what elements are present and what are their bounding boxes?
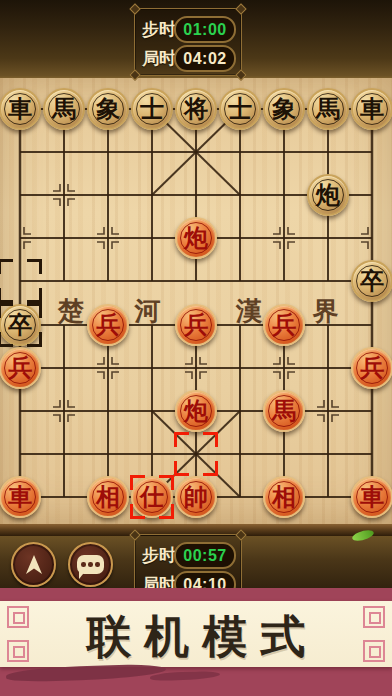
piece-black-elephant[interactable]: 象 — [87, 88, 129, 130]
piece-black-advisor[interactable]: 士 — [131, 88, 173, 130]
move-time-value: 00:57 — [174, 542, 236, 569]
piece-red-horse[interactable]: 馬 — [263, 390, 305, 432]
mode-banner: 联机模式 — [0, 588, 392, 696]
piece-black-elephant[interactable]: 象 — [263, 88, 305, 130]
navigation-arrow-icon — [21, 553, 47, 577]
piece-black-horse[interactable]: 馬 — [43, 88, 85, 130]
piece-black-soldier[interactable]: 卒 — [351, 260, 392, 302]
piece-red-chariot[interactable]: 車 — [351, 476, 392, 518]
move-time-label: 步时 — [142, 544, 176, 567]
piece-red-elephant[interactable]: 相 — [87, 476, 129, 518]
piece-red-soldier[interactable]: 兵 — [0, 347, 41, 389]
top-player-bar: 步时 01:00 局时 04:02 — [0, 0, 392, 78]
chat-bubble-icon — [77, 555, 104, 574]
top-timer-panel: 步时 01:00 局时 04:02 — [134, 8, 242, 76]
piece-red-soldier[interactable]: 兵 — [351, 347, 392, 389]
piece-red-chariot[interactable]: 車 — [0, 476, 41, 518]
piece-red-advisor[interactable]: 仕 — [131, 476, 173, 518]
chat-button[interactable] — [68, 542, 113, 587]
piece-red-soldier[interactable]: 兵 — [175, 304, 217, 346]
game-time-value: 04:02 — [174, 45, 236, 72]
piece-black-chariot[interactable]: 車 — [0, 88, 41, 130]
piece-red-soldier[interactable]: 兵 — [87, 304, 129, 346]
piece-black-soldier[interactable]: 卒 — [0, 304, 41, 346]
move-time-value: 01:00 — [174, 16, 236, 43]
piece-black-cannon[interactable]: 炮 — [307, 174, 349, 216]
piece-black-horse[interactable]: 馬 — [307, 88, 349, 130]
game-time-label: 局时 — [142, 47, 176, 70]
piece-red-general[interactable]: 帥 — [175, 476, 217, 518]
piece-red-soldier[interactable]: 兵 — [263, 304, 305, 346]
mode-banner-title: 联机模式 — [0, 607, 392, 667]
piece-black-advisor[interactable]: 士 — [219, 88, 261, 130]
piece-black-general[interactable]: 将 — [175, 88, 217, 130]
brush-stroke-decoration — [150, 671, 220, 681]
bottom-player-bar: 步时 00:57 局时 04:10 — [0, 536, 392, 596]
xiangqi-app-screen: 楚 河 漢 界 車馬象士将士象馬車炮卒卒炮兵兵兵兵兵炮馬車相仕帥相車 步时 01… — [0, 0, 392, 696]
piece-red-cannon[interactable]: 炮 — [175, 217, 217, 259]
piece-black-chariot[interactable]: 車 — [351, 88, 392, 130]
back-button[interactable] — [11, 542, 56, 587]
piece-red-cannon[interactable]: 炮 — [175, 390, 217, 432]
piece-red-elephant[interactable]: 相 — [263, 476, 305, 518]
move-time-label: 步时 — [142, 18, 176, 41]
